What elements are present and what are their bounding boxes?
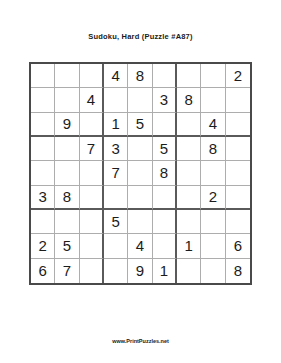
cell-r4c3: 7 [80, 137, 104, 161]
cell-r5c6: 8 [153, 161, 177, 185]
cell-r9c1: 6 [31, 259, 55, 283]
cell-r8c1: 2 [31, 234, 55, 258]
cell-r4c1 [31, 137, 55, 161]
cell-r4c5 [128, 137, 152, 161]
cell-r1c3 [80, 64, 104, 88]
cell-r3c4: 1 [104, 113, 128, 137]
cell-r8c7: 1 [177, 234, 201, 258]
cell-r7c7 [177, 210, 201, 234]
cell-r9c3 [80, 259, 104, 283]
cell-r9c2: 7 [55, 259, 79, 283]
cell-r7c8 [201, 210, 225, 234]
cell-r8c5: 4 [128, 234, 152, 258]
cell-r7c6 [153, 210, 177, 234]
cell-r4c7 [177, 137, 201, 161]
cell-r4c4: 3 [104, 137, 128, 161]
cell-r5c9 [226, 161, 250, 185]
cell-r6c6 [153, 186, 177, 210]
cell-r4c8: 8 [201, 137, 225, 161]
cell-r9c9: 8 [226, 259, 250, 283]
cell-r9c4 [104, 259, 128, 283]
cell-r6c9 [226, 186, 250, 210]
cell-r1c7 [177, 64, 201, 88]
cell-r6c4 [104, 186, 128, 210]
cell-r7c1 [31, 210, 55, 234]
cell-r3c9 [226, 113, 250, 137]
cell-r3c8: 4 [201, 113, 225, 137]
cell-r2c1 [31, 88, 55, 112]
cell-r1c9: 2 [226, 64, 250, 88]
sudoku-grid: 482438915473587838252541667918 [29, 62, 252, 285]
cell-r6c8: 2 [201, 186, 225, 210]
cell-r2c2 [55, 88, 79, 112]
cell-r3c6 [153, 113, 177, 137]
cell-r8c3 [80, 234, 104, 258]
cell-r9c6: 1 [153, 259, 177, 283]
cell-r8c6 [153, 234, 177, 258]
cell-r2c3: 4 [80, 88, 104, 112]
cell-r9c8 [201, 259, 225, 283]
cell-r1c6 [153, 64, 177, 88]
cell-r9c7 [177, 259, 201, 283]
cell-r4c6: 5 [153, 137, 177, 161]
cell-r6c7 [177, 186, 201, 210]
cell-r6c2: 8 [55, 186, 79, 210]
cell-r2c8 [201, 88, 225, 112]
cell-r5c2 [55, 161, 79, 185]
cell-r2c7: 8 [177, 88, 201, 112]
puzzle-title: Sudoku, Hard (Puzzle #A87) [0, 32, 281, 41]
cell-r5c8 [201, 161, 225, 185]
cell-r7c5 [128, 210, 152, 234]
cell-r2c6: 3 [153, 88, 177, 112]
source-url: www.PrintPuzzles.net [0, 338, 281, 344]
cell-r7c4: 5 [104, 210, 128, 234]
cell-r5c1 [31, 161, 55, 185]
cell-r6c3 [80, 186, 104, 210]
puzzle-page: Sudoku, Hard (Puzzle #A87) 4824389154735… [0, 0, 281, 363]
cell-r7c3 [80, 210, 104, 234]
cell-r8c8 [201, 234, 225, 258]
cell-r9c5: 9 [128, 259, 152, 283]
cell-r1c8 [201, 64, 225, 88]
cell-r5c3 [80, 161, 104, 185]
cell-r6c5 [128, 186, 152, 210]
cell-r3c2: 9 [55, 113, 79, 137]
cell-r5c5 [128, 161, 152, 185]
cell-r5c7 [177, 161, 201, 185]
cell-r8c4 [104, 234, 128, 258]
cell-r3c5: 5 [128, 113, 152, 137]
cell-r3c1 [31, 113, 55, 137]
cell-r1c5: 8 [128, 64, 152, 88]
cell-r8c2: 5 [55, 234, 79, 258]
cell-r1c1 [31, 64, 55, 88]
cell-r4c9 [226, 137, 250, 161]
cell-r1c4: 4 [104, 64, 128, 88]
cell-r6c1: 3 [31, 186, 55, 210]
cell-r2c4 [104, 88, 128, 112]
cell-r2c5 [128, 88, 152, 112]
cell-r8c9: 6 [226, 234, 250, 258]
cell-r5c4: 7 [104, 161, 128, 185]
cell-r3c7 [177, 113, 201, 137]
cell-r1c2 [55, 64, 79, 88]
cell-r7c9 [226, 210, 250, 234]
cell-r7c2 [55, 210, 79, 234]
cell-r3c3 [80, 113, 104, 137]
cell-r4c2 [55, 137, 79, 161]
cell-r2c9 [226, 88, 250, 112]
